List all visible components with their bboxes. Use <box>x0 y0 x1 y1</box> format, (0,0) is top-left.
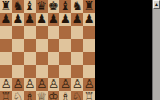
white-pawn: ♙ <box>36 78 47 91</box>
black-pawn: ♟ <box>84 13 95 26</box>
black-knight: ♞ <box>72 0 83 13</box>
black-pawn: ♟ <box>12 13 23 26</box>
black-pawn: ♟ <box>24 13 35 26</box>
black-rook: ♜ <box>1 0 12 13</box>
black-bishop: ♝ <box>60 0 71 13</box>
square-h2[interactable]: ♙ <box>83 78 95 91</box>
white-pawn: ♙ <box>60 78 71 91</box>
black-pawn: ♟ <box>36 13 47 26</box>
square-h6[interactable] <box>83 26 95 39</box>
square-g1[interactable]: ♘ <box>71 91 83 100</box>
chess-app-window: ♜♞♝♛♚♝♞♜♟♟♟♟♟♟♟♟♙♙♙♙♙♙♙♙♖♘♗♕♔♗♘♖ ▲ <box>0 0 160 100</box>
square-f8[interactable]: ♝ <box>59 0 71 13</box>
square-c3[interactable] <box>24 65 36 78</box>
black-queen: ♛ <box>36 0 47 13</box>
black-pawn: ♟ <box>60 13 71 26</box>
square-f2[interactable]: ♙ <box>59 78 71 91</box>
square-a8[interactable]: ♜ <box>0 0 12 13</box>
square-d4[interactable] <box>36 52 48 65</box>
white-king: ♔ <box>48 91 59 100</box>
square-g7[interactable]: ♟ <box>71 13 83 26</box>
square-e2[interactable]: ♙ <box>48 78 60 91</box>
white-pawn: ♙ <box>1 78 12 91</box>
square-g3[interactable] <box>71 65 83 78</box>
square-h4[interactable] <box>83 52 95 65</box>
square-a7[interactable]: ♟ <box>0 13 12 26</box>
square-a2[interactable]: ♙ <box>0 78 12 91</box>
white-pawn: ♙ <box>84 78 95 91</box>
white-pawn: ♙ <box>72 78 83 91</box>
square-d5[interactable] <box>36 39 48 52</box>
square-b1[interactable]: ♘ <box>12 91 24 100</box>
black-knight: ♞ <box>12 0 23 13</box>
square-e4[interactable] <box>48 52 60 65</box>
square-f4[interactable] <box>59 52 71 65</box>
square-c5[interactable] <box>24 39 36 52</box>
square-e3[interactable] <box>48 65 60 78</box>
black-king: ♚ <box>48 0 59 13</box>
square-g4[interactable] <box>71 52 83 65</box>
chess-board: ♜♞♝♛♚♝♞♜♟♟♟♟♟♟♟♟♙♙♙♙♙♙♙♙♖♘♗♕♔♗♘♖ <box>0 0 95 100</box>
square-d6[interactable] <box>36 26 48 39</box>
white-knight: ♘ <box>72 91 83 100</box>
square-f6[interactable] <box>59 26 71 39</box>
square-f1[interactable]: ♗ <box>59 91 71 100</box>
square-e6[interactable] <box>48 26 60 39</box>
square-b3[interactable] <box>12 65 24 78</box>
square-a6[interactable] <box>0 26 12 39</box>
square-g6[interactable] <box>71 26 83 39</box>
square-g8[interactable]: ♞ <box>71 0 83 13</box>
square-b5[interactable] <box>12 39 24 52</box>
black-pawn: ♟ <box>72 13 83 26</box>
square-d7[interactable]: ♟ <box>36 13 48 26</box>
black-pawn: ♟ <box>1 13 12 26</box>
square-c4[interactable] <box>24 52 36 65</box>
square-f3[interactable] <box>59 65 71 78</box>
square-a5[interactable] <box>0 39 12 52</box>
square-d2[interactable]: ♙ <box>36 78 48 91</box>
square-h7[interactable]: ♟ <box>83 13 95 26</box>
black-rook: ♜ <box>84 0 95 13</box>
scroll-up-button[interactable]: ▲ <box>153 0 160 9</box>
square-h1[interactable]: ♖ <box>83 91 95 100</box>
square-c7[interactable]: ♟ <box>24 13 36 26</box>
square-h5[interactable] <box>83 39 95 52</box>
square-f5[interactable] <box>59 39 71 52</box>
square-c1[interactable]: ♗ <box>24 91 36 100</box>
square-g2[interactable]: ♙ <box>71 78 83 91</box>
square-h3[interactable] <box>83 65 95 78</box>
white-rook: ♖ <box>84 91 95 100</box>
white-pawn: ♙ <box>48 78 59 91</box>
white-knight: ♘ <box>12 91 23 100</box>
white-bishop: ♗ <box>24 91 35 100</box>
white-bishop: ♗ <box>60 91 71 100</box>
square-b7[interactable]: ♟ <box>12 13 24 26</box>
scroll-up-arrow-icon: ▲ <box>154 2 159 7</box>
square-a3[interactable] <box>0 65 12 78</box>
square-d1[interactable]: ♕ <box>36 91 48 100</box>
square-e7[interactable]: ♟ <box>48 13 60 26</box>
black-pawn: ♟ <box>48 13 59 26</box>
square-a1[interactable]: ♖ <box>0 91 12 100</box>
black-bishop: ♝ <box>24 0 35 13</box>
square-d8[interactable]: ♛ <box>36 0 48 13</box>
square-g5[interactable] <box>71 39 83 52</box>
square-b4[interactable] <box>12 52 24 65</box>
square-c2[interactable]: ♙ <box>24 78 36 91</box>
square-c8[interactable]: ♝ <box>24 0 36 13</box>
square-e1[interactable]: ♔ <box>48 91 60 100</box>
square-a4[interactable] <box>0 52 12 65</box>
square-e8[interactable]: ♚ <box>48 0 60 13</box>
square-c6[interactable] <box>24 26 36 39</box>
square-b6[interactable] <box>12 26 24 39</box>
square-d3[interactable] <box>36 65 48 78</box>
square-f7[interactable]: ♟ <box>59 13 71 26</box>
square-e5[interactable] <box>48 39 60 52</box>
square-b2[interactable]: ♙ <box>12 78 24 91</box>
vertical-scrollbar[interactable]: ▲ <box>152 0 160 100</box>
white-rook: ♖ <box>1 91 12 100</box>
white-pawn: ♙ <box>12 78 23 91</box>
square-b8[interactable]: ♞ <box>12 0 24 13</box>
white-queen: ♕ <box>36 91 47 100</box>
white-pawn: ♙ <box>24 78 35 91</box>
square-h8[interactable]: ♜ <box>83 0 95 13</box>
